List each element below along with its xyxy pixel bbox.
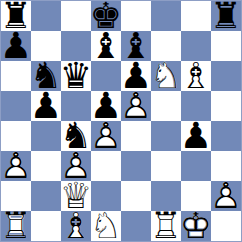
- white-pawn-piece[interactable]: ♟♙: [211, 181, 241, 211]
- square-g3[interactable]: [181, 151, 211, 181]
- black-queen-piece[interactable]: ♛: [61, 61, 91, 91]
- black-pawn-piece[interactable]: ♟: [31, 91, 61, 121]
- square-b4[interactable]: [31, 121, 61, 151]
- white-bishop-piece[interactable]: ♝♗: [181, 61, 211, 91]
- black-pawn-piece[interactable]: ♟: [1, 31, 31, 61]
- square-f5[interactable]: [151, 91, 181, 121]
- white-rook-glyph-outline: ♖: [151, 211, 181, 241]
- square-h1[interactable]: [211, 211, 241, 241]
- white-king-piece[interactable]: ♚♔: [181, 211, 211, 241]
- square-e5[interactable]: ♟♙: [121, 91, 151, 121]
- square-f6[interactable]: ♞♘: [151, 61, 181, 91]
- square-e3[interactable]: [121, 151, 151, 181]
- square-g1[interactable]: ♚♔: [181, 211, 211, 241]
- square-h7[interactable]: [211, 31, 241, 61]
- white-pawn-glyph-outline: ♙: [211, 181, 241, 211]
- square-e2[interactable]: [121, 181, 151, 211]
- square-f3[interactable]: [151, 151, 181, 181]
- square-c1[interactable]: ♝♗: [61, 211, 91, 241]
- square-a6[interactable]: [1, 61, 31, 91]
- square-h6[interactable]: [211, 61, 241, 91]
- square-d3[interactable]: [91, 151, 121, 181]
- white-pawn-piece[interactable]: ♟♙: [121, 91, 151, 121]
- black-pawn-glyph-fill: ♟: [31, 91, 61, 121]
- square-f1[interactable]: ♜♖: [151, 211, 181, 241]
- white-pawn-piece[interactable]: ♟♙: [1, 151, 31, 181]
- white-pawn-glyph-outline: ♙: [91, 121, 121, 151]
- square-b8[interactable]: [31, 1, 61, 31]
- square-a7[interactable]: ♟: [1, 31, 31, 61]
- square-d7[interactable]: ♝: [91, 31, 121, 61]
- square-c8[interactable]: [61, 1, 91, 31]
- white-rook-piece[interactable]: ♜♖: [1, 211, 31, 241]
- white-pawn-glyph-outline: ♙: [121, 91, 151, 121]
- black-pawn-piece[interactable]: ♟: [181, 121, 211, 151]
- white-bishop-piece[interactable]: ♝♗: [61, 211, 91, 241]
- square-a3[interactable]: ♟♙: [1, 151, 31, 181]
- black-bishop-piece[interactable]: ♝: [91, 31, 121, 61]
- chess-board: ♜♚♜♟♝♝♞♛♟♞♘♝♗♟♟♟♙♞♟♙♟♟♙♟♙♛♕♟♙♜♖♝♗♞♘♜♖♚♔: [0, 0, 242, 242]
- square-h4[interactable]: [211, 121, 241, 151]
- black-queen-glyph-fill: ♛: [61, 61, 91, 91]
- square-b5[interactable]: ♟: [31, 91, 61, 121]
- square-d4[interactable]: ♟♙: [91, 121, 121, 151]
- square-c6[interactable]: ♛: [61, 61, 91, 91]
- square-f8[interactable]: [151, 1, 181, 31]
- white-knight-piece[interactable]: ♞♘: [91, 211, 121, 241]
- black-bishop-glyph-fill: ♝: [91, 31, 121, 61]
- white-rook-piece[interactable]: ♜♖: [151, 211, 181, 241]
- square-e4[interactable]: [121, 121, 151, 151]
- white-king-glyph-outline: ♔: [181, 211, 211, 241]
- square-h5[interactable]: [211, 91, 241, 121]
- square-g6[interactable]: ♝♗: [181, 61, 211, 91]
- white-knight-piece[interactable]: ♞♘: [151, 61, 181, 91]
- square-e1[interactable]: [121, 211, 151, 241]
- white-rook-glyph-outline: ♖: [1, 211, 31, 241]
- white-knight-glyph-outline: ♘: [91, 211, 121, 241]
- white-pawn-piece[interactable]: ♟♙: [91, 121, 121, 151]
- white-bishop-glyph-outline: ♗: [61, 211, 91, 241]
- square-a1[interactable]: ♜♖: [1, 211, 31, 241]
- black-pawn-glyph-fill: ♟: [181, 121, 211, 151]
- square-b3[interactable]: [31, 151, 61, 181]
- black-rook-glyph-fill: ♜: [211, 1, 241, 31]
- square-g8[interactable]: [181, 1, 211, 31]
- square-b2[interactable]: [31, 181, 61, 211]
- white-knight-glyph-outline: ♘: [151, 61, 181, 91]
- square-d1[interactable]: ♞♘: [91, 211, 121, 241]
- white-bishop-glyph-outline: ♗: [181, 61, 211, 91]
- square-f4[interactable]: [151, 121, 181, 151]
- black-pawn-glyph-fill: ♟: [1, 31, 31, 61]
- black-rook-piece[interactable]: ♜: [211, 1, 241, 31]
- square-g4[interactable]: ♟: [181, 121, 211, 151]
- square-a5[interactable]: [1, 91, 31, 121]
- square-h8[interactable]: ♜: [211, 1, 241, 31]
- square-b1[interactable]: [31, 211, 61, 241]
- white-pawn-glyph-outline: ♙: [1, 151, 31, 181]
- square-h2[interactable]: ♟♙: [211, 181, 241, 211]
